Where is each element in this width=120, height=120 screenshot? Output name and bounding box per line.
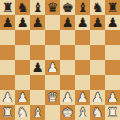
white-knight[interactable]: ♞ (92, 105, 104, 120)
square-b6[interactable] (15, 30, 30, 45)
black-pawn[interactable]: ♟ (17, 15, 29, 30)
square-c4[interactable]: ♟ (30, 60, 45, 75)
black-bishop[interactable]: ♝ (32, 0, 44, 15)
black-pawn[interactable]: ♟ (2, 15, 14, 30)
square-e5[interactable] (60, 45, 75, 60)
square-f8[interactable]: ♝ (75, 0, 90, 15)
square-a3[interactable] (0, 75, 15, 90)
square-d8[interactable]: ♛ (45, 0, 60, 15)
square-e3[interactable] (60, 75, 75, 90)
square-c6[interactable] (30, 30, 45, 45)
white-rook[interactable]: ♜ (107, 105, 119, 120)
square-a6[interactable] (0, 30, 15, 45)
white-pawn[interactable]: ♟ (62, 90, 74, 105)
black-pawn[interactable]: ♟ (62, 15, 74, 30)
square-d6[interactable] (45, 30, 60, 45)
square-g8[interactable]: ♞ (90, 0, 105, 15)
square-d4[interactable]: ♟ (45, 60, 60, 75)
white-pawn[interactable]: ♟ (107, 90, 119, 105)
square-a4[interactable] (0, 60, 15, 75)
square-e6[interactable] (60, 30, 75, 45)
square-b2[interactable]: ♟ (15, 90, 30, 105)
square-d2[interactable]: ♛ (45, 90, 60, 105)
square-e8[interactable]: ♚ (60, 0, 75, 15)
square-b3[interactable] (15, 75, 30, 90)
square-f5[interactable] (75, 45, 90, 60)
square-a1[interactable]: ♜ (0, 105, 15, 120)
white-pawn[interactable]: ♟ (17, 90, 29, 105)
square-g6[interactable] (90, 30, 105, 45)
square-h7[interactable]: ♟ (105, 15, 120, 30)
square-d3[interactable] (45, 75, 60, 90)
white-pawn[interactable]: ♟ (77, 90, 89, 105)
square-f3[interactable] (75, 75, 90, 90)
black-pawn[interactable]: ♟ (77, 15, 89, 30)
square-a5[interactable] (0, 45, 15, 60)
square-a2[interactable]: ♟ (0, 90, 15, 105)
square-g1[interactable]: ♞ (90, 105, 105, 120)
black-king[interactable]: ♚ (62, 0, 74, 15)
square-d5[interactable] (45, 45, 60, 60)
square-e2[interactable]: ♟ (60, 90, 75, 105)
square-c8[interactable]: ♝ (30, 0, 45, 15)
black-pawn[interactable]: ♟ (32, 15, 44, 30)
white-queen[interactable]: ♛ (47, 90, 59, 105)
square-c1[interactable]: ♝ (30, 105, 45, 120)
square-f1[interactable]: ♝ (75, 105, 90, 120)
black-queen[interactable]: ♛ (47, 0, 59, 15)
square-h4[interactable] (105, 60, 120, 75)
square-f7[interactable]: ♟ (75, 15, 90, 30)
square-e4[interactable] (60, 60, 75, 75)
square-a8[interactable]: ♜ (0, 0, 15, 15)
square-g5[interactable] (90, 45, 105, 60)
white-pawn[interactable]: ♟ (92, 90, 104, 105)
black-pawn[interactable]: ♟ (92, 15, 104, 30)
black-knight[interactable]: ♞ (92, 0, 104, 15)
square-d7[interactable] (45, 15, 60, 30)
chess-app: ♜♞♝♛♚♝♞♜♟♟♟♟♟♟♟♟♟♟♟♛♟♟♟♟♜♞♝♚♝♞♜ (0, 0, 120, 120)
square-c5[interactable] (30, 45, 45, 60)
square-g2[interactable]: ♟ (90, 90, 105, 105)
square-f4[interactable] (75, 60, 90, 75)
white-bishop[interactable]: ♝ (32, 105, 44, 120)
white-pawn[interactable]: ♟ (47, 60, 59, 75)
black-pawn[interactable]: ♟ (32, 60, 44, 75)
square-a7[interactable]: ♟ (0, 15, 15, 30)
square-h6[interactable] (105, 30, 120, 45)
square-h3[interactable] (105, 75, 120, 90)
square-g4[interactable] (90, 60, 105, 75)
square-h5[interactable] (105, 45, 120, 60)
square-h8[interactable]: ♜ (105, 0, 120, 15)
square-b1[interactable]: ♞ (15, 105, 30, 120)
square-b4[interactable] (15, 60, 30, 75)
black-rook[interactable]: ♜ (2, 0, 14, 15)
square-e1[interactable]: ♚ (60, 105, 75, 120)
square-f6[interactable] (75, 30, 90, 45)
black-rook[interactable]: ♜ (107, 0, 119, 15)
chess-board: ♜♞♝♛♚♝♞♜♟♟♟♟♟♟♟♟♟♟♟♛♟♟♟♟♜♞♝♚♝♞♜ (0, 0, 120, 120)
white-bishop[interactable]: ♝ (77, 105, 89, 120)
square-b5[interactable] (15, 45, 30, 60)
square-b7[interactable]: ♟ (15, 15, 30, 30)
square-c7[interactable]: ♟ (30, 15, 45, 30)
white-king[interactable]: ♚ (62, 105, 74, 120)
white-rook[interactable]: ♜ (2, 105, 14, 120)
square-h1[interactable]: ♜ (105, 105, 120, 120)
square-f2[interactable]: ♟ (75, 90, 90, 105)
white-pawn[interactable]: ♟ (2, 90, 14, 105)
black-bishop[interactable]: ♝ (77, 0, 89, 15)
white-knight[interactable]: ♞ (17, 105, 29, 120)
square-e7[interactable]: ♟ (60, 15, 75, 30)
square-c3[interactable] (30, 75, 45, 90)
square-b8[interactable]: ♞ (15, 0, 30, 15)
black-pawn[interactable]: ♟ (107, 15, 119, 30)
square-h2[interactable]: ♟ (105, 90, 120, 105)
square-g3[interactable] (90, 75, 105, 90)
black-knight[interactable]: ♞ (17, 0, 29, 15)
square-g7[interactable]: ♟ (90, 15, 105, 30)
square-c2[interactable] (30, 90, 45, 105)
square-d1[interactable] (45, 105, 60, 120)
